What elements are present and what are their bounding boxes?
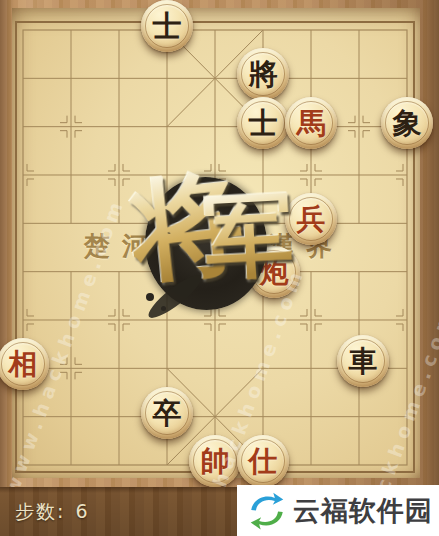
site-logo-banner: 云福软件园 xyxy=(237,485,439,536)
piece-label: 帥 xyxy=(189,435,241,487)
piece-label: 仕 xyxy=(237,435,289,487)
piece-label: 兵 xyxy=(285,193,337,245)
piece-red-general[interactable]: 帥 xyxy=(189,435,241,487)
piece-red-elephant[interactable]: 相 xyxy=(0,338,49,390)
piece-label: 相 xyxy=(0,338,49,390)
step-counter-label: 步数: xyxy=(15,500,65,522)
swirl-arrows-icon xyxy=(246,490,288,532)
step-counter-value: 6 xyxy=(75,500,89,522)
piece-label: 將 xyxy=(237,48,289,100)
piece-label: 卒 xyxy=(141,387,193,439)
site-logo-text: 云福软件园 xyxy=(293,493,433,529)
piece-label: 炮 xyxy=(248,246,300,298)
river-label-chu: 楚河 xyxy=(84,228,160,264)
piece-black-soldier[interactable]: 卒 xyxy=(141,387,193,439)
xiangqi-app-screen: 楚河 漢界 士將士馬象兵炮相車卒帥仕 将 军 www.hackhome.com … xyxy=(0,0,439,536)
piece-black-advisor-1[interactable]: 士 xyxy=(141,0,193,52)
piece-label: 士 xyxy=(141,0,193,52)
xiangqi-board[interactable] xyxy=(12,8,420,478)
piece-red-horse[interactable]: 馬 xyxy=(285,97,337,149)
piece-label: 馬 xyxy=(285,97,337,149)
piece-red-advisor[interactable]: 仕 xyxy=(237,435,289,487)
piece-black-general[interactable]: 將 xyxy=(237,48,289,100)
piece-label: 士 xyxy=(237,97,289,149)
piece-label: 車 xyxy=(337,335,389,387)
piece-black-advisor-2[interactable]: 士 xyxy=(237,97,289,149)
piece-red-cannon[interactable]: 炮 xyxy=(248,246,300,298)
piece-black-elephant[interactable]: 象 xyxy=(381,97,433,149)
piece-label: 象 xyxy=(381,97,433,149)
step-counter: 步数:6 xyxy=(15,487,90,536)
piece-red-soldier[interactable]: 兵 xyxy=(285,193,337,245)
piece-black-chariot[interactable]: 車 xyxy=(337,335,389,387)
